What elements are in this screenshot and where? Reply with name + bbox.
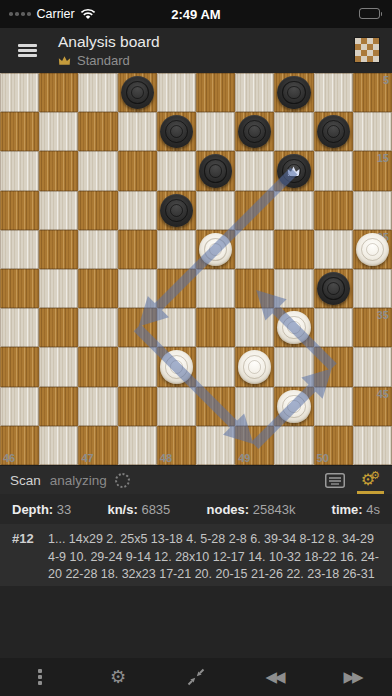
- black-man[interactable]: [121, 76, 154, 109]
- square-number-label: 50: [317, 452, 329, 464]
- square-28[interactable]: [157, 269, 196, 308]
- keyboard-icon[interactable]: [325, 473, 345, 488]
- square-light: [353, 191, 392, 230]
- square-light: [0, 387, 39, 426]
- square-light: [235, 308, 274, 347]
- square-50[interactable]: 50: [314, 426, 353, 465]
- square-light: [39, 191, 78, 230]
- pv-row[interactable]: #12 1... 14x29 2. 25x5 13-18 4. 5-28 2-8…: [0, 524, 392, 586]
- game-type-label: Standard: [77, 53, 130, 68]
- king-crown-icon: [277, 154, 310, 187]
- square-4[interactable]: [274, 73, 313, 112]
- white-man[interactable]: [199, 233, 232, 266]
- square-light: [0, 73, 39, 112]
- settings-button[interactable]: ⚙: [96, 658, 140, 696]
- wifi-icon: [80, 8, 96, 20]
- square-19[interactable]: [235, 191, 274, 230]
- square-light: [39, 426, 78, 465]
- square-40[interactable]: [314, 347, 353, 386]
- spinner-icon: [115, 473, 130, 488]
- square-light: [196, 112, 235, 151]
- stat-knps-label: kn/s:: [107, 502, 137, 517]
- crown-icon: [58, 55, 71, 66]
- stat-knps-value: 6835: [141, 502, 170, 517]
- square-21[interactable]: [39, 230, 78, 269]
- square-16[interactable]: [0, 191, 39, 230]
- gear-small-icon: ⚙: [370, 470, 380, 481]
- square-light: [157, 387, 196, 426]
- black-man[interactable]: [317, 272, 350, 305]
- square-light: [314, 230, 353, 269]
- square-11[interactable]: [39, 151, 78, 190]
- square-light: [78, 230, 117, 269]
- square-light: [196, 191, 235, 230]
- black-man[interactable]: [317, 115, 350, 148]
- square-27[interactable]: [78, 269, 117, 308]
- engine-name: Scan: [10, 473, 41, 488]
- black-man[interactable]: [238, 115, 271, 148]
- square-29[interactable]: [235, 269, 274, 308]
- square-light: [274, 347, 313, 386]
- engine-settings-icon[interactable]: ⚙ ⚙: [359, 466, 382, 494]
- stat-time: time: 4s: [332, 502, 380, 517]
- white-man[interactable]: [277, 311, 310, 344]
- square-30[interactable]: [314, 269, 353, 308]
- square-light: [314, 73, 353, 112]
- white-man[interactable]: [277, 390, 310, 423]
- square-light: [353, 347, 392, 386]
- square-43[interactable]: [196, 387, 235, 426]
- square-39[interactable]: [235, 347, 274, 386]
- gear-icon: ⚙: [110, 668, 126, 686]
- square-light: [78, 151, 117, 190]
- square-10[interactable]: [314, 112, 353, 151]
- square-light: [196, 426, 235, 465]
- carrier-label: Carrier: [37, 7, 75, 21]
- white-man[interactable]: [356, 233, 389, 266]
- pv-moves: 1... 14x29 2. 25x5 13-18 4. 5-28 2-8 6. …: [48, 531, 382, 586]
- square-38[interactable]: [157, 347, 196, 386]
- square-light: [274, 112, 313, 151]
- collapse-button[interactable]: [174, 658, 218, 696]
- square-45[interactable]: 45: [353, 387, 392, 426]
- square-light: [235, 387, 274, 426]
- square-number-label: 46: [3, 452, 15, 464]
- square-15[interactable]: 15: [353, 151, 392, 190]
- square-light: [0, 151, 39, 190]
- title-block: Analysis board Standard: [58, 33, 160, 68]
- square-light: [314, 308, 353, 347]
- square-32[interactable]: [118, 308, 157, 347]
- stat-time-label: time:: [332, 502, 363, 517]
- stat-time-value: 4s: [366, 502, 380, 517]
- square-6[interactable]: [0, 112, 39, 151]
- square-5[interactable]: 5: [353, 73, 392, 112]
- stat-nodes-label: nodes:: [207, 502, 250, 517]
- bottom-toolbar: ⚙ ◀◀ ▶▶: [0, 658, 392, 696]
- square-13[interactable]: [196, 151, 235, 190]
- black-man[interactable]: [160, 115, 193, 148]
- square-23[interactable]: [196, 230, 235, 269]
- black-king[interactable]: [277, 154, 310, 187]
- square-light: [235, 73, 274, 112]
- square-light: [353, 112, 392, 151]
- square-light: [118, 269, 157, 308]
- more-options-button[interactable]: [18, 658, 62, 696]
- square-light: [235, 230, 274, 269]
- square-light: [118, 112, 157, 151]
- square-light: [196, 269, 235, 308]
- square-light: [78, 387, 117, 426]
- status-left: Carrier: [0, 7, 96, 21]
- empty-panel: [0, 586, 392, 658]
- stat-depth-label: Depth:: [12, 502, 53, 517]
- square-2[interactable]: [118, 73, 157, 112]
- square-number-label: 35: [377, 309, 389, 321]
- rewind-icon: ◀◀: [265, 668, 282, 686]
- engine-row: Scan analyzing ⚙ ⚙: [0, 465, 392, 494]
- square-48[interactable]: 48: [157, 426, 196, 465]
- square-number-label: 48: [160, 452, 172, 464]
- stat-depth-value: 33: [57, 502, 71, 517]
- square-light: [0, 230, 39, 269]
- rewind-button[interactable]: ◀◀: [252, 658, 296, 696]
- square-light: [0, 308, 39, 347]
- square-25[interactable]: 25: [353, 230, 392, 269]
- square-light: [78, 308, 117, 347]
- square-light: [157, 151, 196, 190]
- square-light: [274, 191, 313, 230]
- square-44[interactable]: [274, 387, 313, 426]
- square-47[interactable]: 47: [78, 426, 117, 465]
- white-man[interactable]: [238, 350, 271, 383]
- page-title: Analysis board: [58, 33, 160, 51]
- square-3[interactable]: [196, 73, 235, 112]
- square-light: [157, 73, 196, 112]
- game-type: Standard: [58, 53, 160, 68]
- square-42[interactable]: [118, 387, 157, 426]
- battery-icon: [359, 8, 383, 19]
- square-light: [353, 426, 392, 465]
- square-number-label: 5: [383, 74, 389, 86]
- square-light: [39, 347, 78, 386]
- square-46[interactable]: 46: [0, 426, 39, 465]
- square-35[interactable]: 35: [353, 308, 392, 347]
- header: Analysis board Standard: [0, 28, 392, 73]
- square-light: [39, 112, 78, 151]
- app: 2:49 AM Carrier Analysis board: [0, 0, 392, 696]
- square-14[interactable]: [274, 151, 313, 190]
- stat-knps: kn/s: 6835: [107, 502, 170, 517]
- mini-board-icon[interactable]: [354, 37, 380, 63]
- menu-button[interactable]: [18, 44, 37, 57]
- square-26[interactable]: [0, 269, 39, 308]
- square-light: [235, 151, 274, 190]
- square-light: [39, 269, 78, 308]
- stat-depth: Depth: 33: [12, 502, 71, 517]
- square-number-label: 45: [377, 388, 389, 400]
- fast-forward-button[interactable]: ▶▶: [330, 658, 374, 696]
- black-man[interactable]: [199, 154, 232, 187]
- board: 5152535454647484950: [0, 73, 392, 465]
- square-24[interactable]: [274, 230, 313, 269]
- square-7[interactable]: [78, 112, 117, 151]
- square-49[interactable]: 49: [235, 426, 274, 465]
- square-light: [157, 308, 196, 347]
- black-man[interactable]: [277, 76, 310, 109]
- square-31[interactable]: [39, 308, 78, 347]
- square-light: [118, 426, 157, 465]
- square-36[interactable]: [0, 347, 39, 386]
- signal-dots-icon: [9, 12, 31, 16]
- square-20[interactable]: [314, 191, 353, 230]
- square-33[interactable]: [196, 308, 235, 347]
- square-12[interactable]: [118, 151, 157, 190]
- fast-forward-icon: ▶▶: [343, 668, 360, 686]
- square-light: [274, 269, 313, 308]
- square-light: [353, 269, 392, 308]
- square-22[interactable]: [118, 230, 157, 269]
- collapse-icon: [187, 668, 205, 686]
- square-17[interactable]: [78, 191, 117, 230]
- white-man[interactable]: [160, 350, 193, 383]
- square-light: [274, 426, 313, 465]
- square-41[interactable]: [39, 387, 78, 426]
- square-light: [118, 347, 157, 386]
- square-light: [314, 387, 353, 426]
- square-light: [118, 191, 157, 230]
- stat-nodes-value: 25843k: [253, 502, 296, 517]
- square-8[interactable]: [157, 112, 196, 151]
- square-18[interactable]: [157, 191, 196, 230]
- square-light: [157, 230, 196, 269]
- stat-nodes: nodes: 25843k: [207, 502, 296, 517]
- status-bar: 2:49 AM Carrier: [0, 0, 392, 28]
- square-number-label: 47: [81, 452, 93, 464]
- engine-row-icons: ⚙ ⚙: [325, 466, 382, 494]
- square-light: [78, 73, 117, 112]
- square-number-label: 49: [238, 452, 250, 464]
- black-man[interactable]: [160, 194, 193, 227]
- kebab-icon: [38, 669, 42, 685]
- square-37[interactable]: [78, 347, 117, 386]
- square-light: [314, 151, 353, 190]
- square-light: [196, 347, 235, 386]
- engine-stats: Depth: 33 kn/s: 6835 nodes: 25843k time:…: [0, 494, 392, 524]
- square-number-label: 15: [377, 152, 389, 164]
- pv-line-number: #12: [12, 531, 48, 586]
- square-1[interactable]: [39, 73, 78, 112]
- square-9[interactable]: [235, 112, 274, 151]
- engine-status: analyzing: [50, 473, 107, 488]
- square-34[interactable]: [274, 308, 313, 347]
